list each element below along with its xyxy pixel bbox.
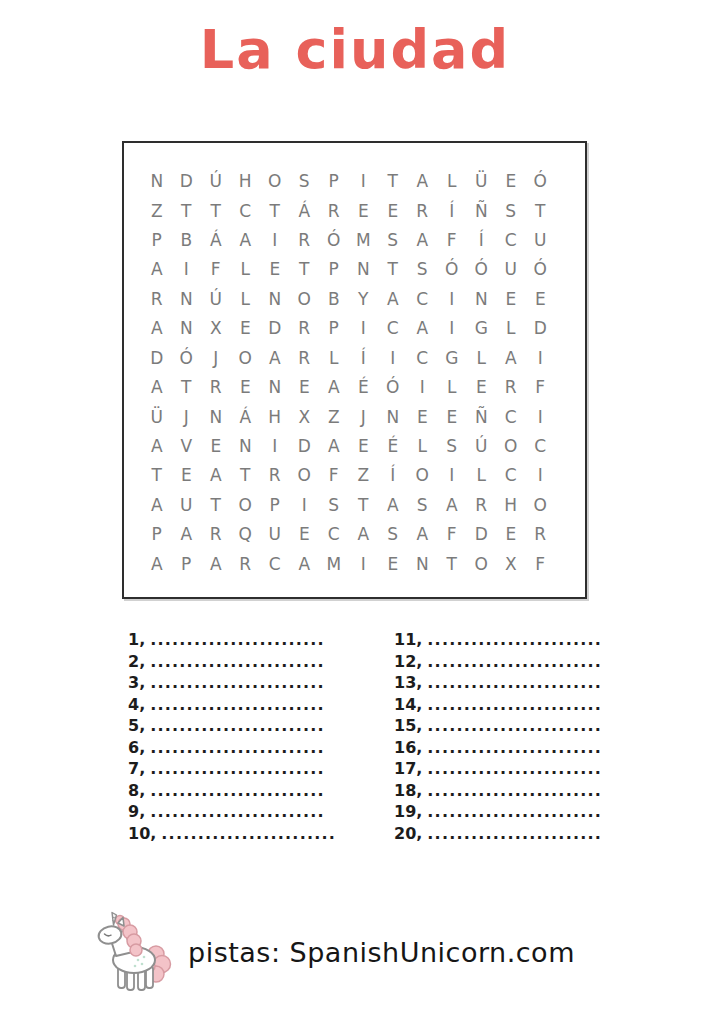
grid-cell[interactable]: S	[319, 491, 349, 520]
grid-cell[interactable]: O	[260, 167, 290, 196]
grid-cell[interactable]: R	[142, 285, 172, 314]
grid-cell[interactable]: P	[142, 226, 172, 255]
grid-cell[interactable]: T	[378, 255, 408, 284]
grid-cell[interactable]: E	[437, 402, 467, 431]
unicorn-icon	[94, 910, 174, 994]
grid-cell[interactable]: R	[290, 226, 320, 255]
answer-number: 18,	[394, 781, 422, 800]
grid-cell[interactable]: R	[201, 520, 231, 549]
grid-cell[interactable]: Ú	[201, 167, 231, 196]
grid-cell[interactable]: S	[408, 491, 438, 520]
answer-number: 17,	[394, 759, 422, 778]
grid-cell[interactable]: E	[172, 461, 202, 490]
grid-cell[interactable]: B	[319, 285, 349, 314]
answer-blank[interactable]: ........................	[150, 802, 325, 821]
grid-cell[interactable]: R	[467, 491, 497, 520]
grid-cell[interactable]: E	[349, 432, 379, 461]
grid-cell[interactable]: X	[201, 314, 231, 343]
grid-cell[interactable]: E	[260, 255, 290, 284]
answer-blank[interactable]: ........................	[427, 695, 602, 714]
grid-cell[interactable]: P	[319, 255, 349, 284]
grid-cell[interactable]: X	[290, 402, 320, 431]
grid-cell[interactable]: Ñ	[467, 196, 497, 225]
grid-cell[interactable]: F	[437, 520, 467, 549]
grid-cell[interactable]: A	[142, 550, 172, 579]
grid-cell[interactable]: S	[408, 255, 438, 284]
grid-cell[interactable]: Ó	[467, 255, 497, 284]
grid-cell[interactable]: G	[467, 314, 497, 343]
answer-number: 4,	[128, 695, 145, 714]
grid-cell[interactable]: L	[467, 461, 497, 490]
grid-cell[interactable]: O	[408, 461, 438, 490]
grid-cell[interactable]: L	[408, 432, 438, 461]
grid-cell[interactable]: Q	[231, 520, 261, 549]
grid-cell[interactable]: N	[142, 167, 172, 196]
grid-cell[interactable]: C	[496, 402, 526, 431]
answer-line: 10,........................	[128, 824, 336, 846]
grid-cell[interactable]: O	[290, 461, 320, 490]
answer-line: 7,........................	[128, 759, 336, 781]
grid-cell[interactable]: G	[437, 344, 467, 373]
grid-cell[interactable]: V	[172, 432, 202, 461]
grid-cell[interactable]: E	[290, 520, 320, 549]
answer-line: 14,........................	[394, 695, 602, 717]
grid-cell[interactable]: T	[201, 491, 231, 520]
answer-line: 8,........................	[128, 781, 336, 803]
footer: pistas: SpanishUnicorn.com	[94, 910, 575, 994]
grid-cell[interactable]: T	[142, 461, 172, 490]
grid-cell[interactable]: N	[260, 373, 290, 402]
grid-cell[interactable]: T	[172, 196, 202, 225]
answer-blank[interactable]: ........................	[427, 802, 602, 821]
grid-cell[interactable]: A	[142, 314, 172, 343]
grid-cell[interactable]: A	[378, 285, 408, 314]
answer-line: 16,........................	[394, 738, 602, 760]
answer-line: 5,........................	[128, 716, 336, 738]
grid-cell[interactable]: H	[496, 491, 526, 520]
grid-cell[interactable]: T	[231, 461, 261, 490]
grid-cell[interactable]: E	[290, 373, 320, 402]
grid-cell[interactable]: T	[172, 373, 202, 402]
grid-cell[interactable]: A	[496, 344, 526, 373]
grid-cell[interactable]: O	[231, 491, 261, 520]
grid-cell[interactable]: C	[260, 550, 290, 579]
grid-cell[interactable]: Ó	[437, 255, 467, 284]
grid-cell[interactable]: Í	[349, 344, 379, 373]
grid-cell[interactable]: Ú	[467, 432, 497, 461]
answer-line: 9,........................	[128, 802, 336, 824]
grid-cell[interactable]: É	[378, 432, 408, 461]
grid-cell[interactable]: P	[260, 491, 290, 520]
answer-blank[interactable]: ........................	[150, 738, 325, 757]
grid-cell[interactable]: P	[319, 167, 349, 196]
grid-cell[interactable]: T	[378, 167, 408, 196]
grid-cell[interactable]: C	[408, 344, 438, 373]
grid-cell[interactable]: R	[260, 461, 290, 490]
grid-cell[interactable]: L	[496, 314, 526, 343]
word-search-board: NDÚHOSPITALÜEÓZTTCTÁREERÍÑSTPBÁAIRÓMSAFÍ…	[122, 141, 587, 599]
grid-cell[interactable]: S	[290, 167, 320, 196]
grid-cell[interactable]: A	[378, 491, 408, 520]
grid-cell[interactable]: P	[319, 314, 349, 343]
grid-cell[interactable]: Ó	[319, 226, 349, 255]
grid-cell[interactable]: N	[231, 432, 261, 461]
grid-cell[interactable]: S	[378, 226, 408, 255]
answer-number: 6,	[128, 738, 145, 757]
grid-cell[interactable]: L	[437, 373, 467, 402]
answer-number: 9,	[128, 802, 145, 821]
grid-cell[interactable]: T	[201, 196, 231, 225]
grid-cell[interactable]: P	[172, 550, 202, 579]
answer-blank[interactable]: ........................	[427, 716, 602, 735]
answer-blank[interactable]: ........................	[150, 630, 325, 649]
grid-cell[interactable]: T	[437, 550, 467, 579]
grid-cell[interactable]: Ú	[201, 285, 231, 314]
grid-cell[interactable]: E	[408, 402, 438, 431]
answer-blank[interactable]: ........................	[427, 630, 602, 649]
grid-cell[interactable]: R	[408, 196, 438, 225]
grid-cell[interactable]: Á	[290, 196, 320, 225]
grid-cell[interactable]: A	[260, 344, 290, 373]
answer-number: 19,	[394, 802, 422, 821]
grid-cell[interactable]: Z	[349, 461, 379, 490]
grid-cell[interactable]: A	[408, 520, 438, 549]
grid-cell[interactable]: N	[349, 255, 379, 284]
answer-number: 1,	[128, 630, 145, 649]
grid-cell[interactable]: A	[437, 491, 467, 520]
grid-cell[interactable]: N	[260, 285, 290, 314]
grid-cell[interactable]: S	[378, 520, 408, 549]
grid-cell[interactable]: E	[378, 196, 408, 225]
grid-cell[interactable]: I	[437, 285, 467, 314]
answer-blank[interactable]: ........................	[427, 759, 602, 778]
grid-cell[interactable]: A	[408, 167, 438, 196]
grid-cell[interactable]: E	[349, 196, 379, 225]
grid-cell[interactable]: C	[526, 432, 556, 461]
grid-cell[interactable]: A	[408, 314, 438, 343]
grid-cell[interactable]: Ó	[526, 255, 556, 284]
grid-cell[interactable]: F	[201, 255, 231, 284]
grid-cell[interactable]: I	[260, 226, 290, 255]
grid-cell[interactable]: O	[290, 285, 320, 314]
answer-blank[interactable]: ........................	[427, 824, 602, 843]
grid-cell[interactable]: I	[526, 402, 556, 431]
grid-cell[interactable]: S	[437, 432, 467, 461]
grid-cell[interactable]: N	[467, 285, 497, 314]
answer-number: 10,	[128, 824, 156, 843]
grid-cell[interactable]: Ó	[526, 167, 556, 196]
grid-cell[interactable]: F	[437, 226, 467, 255]
grid-cell[interactable]: R	[496, 373, 526, 402]
grid-cell[interactable]: I	[349, 167, 379, 196]
grid-cell[interactable]: B	[172, 226, 202, 255]
grid-cell[interactable]: P	[142, 520, 172, 549]
footer-site-link[interactable]: pistas: SpanishUnicorn.com	[188, 937, 575, 968]
grid-cell[interactable]: L	[231, 285, 261, 314]
grid-cell[interactable]: Z	[142, 196, 172, 225]
grid-cell[interactable]: C	[319, 520, 349, 549]
answer-blank[interactable]: ........................	[150, 716, 325, 735]
grid-cell[interactable]: I	[378, 344, 408, 373]
answer-number: 13,	[394, 673, 422, 692]
grid-cell[interactable]: T	[290, 255, 320, 284]
grid-cell[interactable]: U	[496, 255, 526, 284]
answer-blank[interactable]: ........................	[427, 781, 602, 800]
answer-line: 12,........................	[394, 652, 602, 674]
grid-cell[interactable]: T	[349, 491, 379, 520]
answer-number: 16,	[394, 738, 422, 757]
grid-cell[interactable]: L	[231, 255, 261, 284]
answer-line: 1,........................	[128, 630, 336, 652]
grid-cell[interactable]: C	[496, 226, 526, 255]
grid-cell[interactable]: M	[319, 550, 349, 579]
grid-cell[interactable]: L	[319, 344, 349, 373]
answer-list-left: 1,........................2,............…	[128, 630, 336, 845]
grid-cell[interactable]: Á	[201, 226, 231, 255]
grid-cell[interactable]: Í	[378, 461, 408, 490]
grid-cell[interactable]: R	[290, 344, 320, 373]
grid-cell[interactable]: Ü	[142, 402, 172, 431]
answer-blank[interactable]: ........................	[427, 673, 602, 692]
grid-cell[interactable]: S	[496, 196, 526, 225]
grid-cell[interactable]: R	[526, 520, 556, 549]
grid-cell[interactable]: D	[260, 314, 290, 343]
grid-cell[interactable]: E	[496, 167, 526, 196]
grid-cell[interactable]: A	[231, 226, 261, 255]
grid-cell[interactable]: E	[467, 373, 497, 402]
answer-number: 15,	[394, 716, 422, 735]
grid-cell[interactable]: N	[172, 285, 202, 314]
grid-cell[interactable]: U	[172, 491, 202, 520]
grid-cell[interactable]: Ó	[378, 373, 408, 402]
answer-line: 17,........................	[394, 759, 602, 781]
grid-cell[interactable]: D	[142, 344, 172, 373]
grid-cell[interactable]: I	[408, 373, 438, 402]
grid-cell[interactable]: E	[378, 550, 408, 579]
answer-number: 3,	[128, 673, 145, 692]
grid-cell[interactable]: N	[408, 550, 438, 579]
grid-cell[interactable]: U	[526, 226, 556, 255]
grid-cell[interactable]: I	[172, 255, 202, 284]
grid-cell[interactable]: A	[319, 373, 349, 402]
grid-cell[interactable]: É	[349, 373, 379, 402]
grid-cell[interactable]: R	[201, 373, 231, 402]
grid-cell[interactable]: Í	[467, 226, 497, 255]
grid-cell[interactable]: E	[496, 285, 526, 314]
answer-line: 15,........................	[394, 716, 602, 738]
grid-cell[interactable]: I	[349, 314, 379, 343]
answer-line: 6,........................	[128, 738, 336, 760]
grid-cell[interactable]: O	[467, 550, 497, 579]
grid-cell[interactable]: J	[349, 402, 379, 431]
grid-cell[interactable]: O	[526, 491, 556, 520]
answer-blank[interactable]: ........................	[150, 652, 325, 671]
grid-cell[interactable]: I	[526, 344, 556, 373]
grid-cell[interactable]: H	[231, 167, 261, 196]
grid-cell[interactable]: A	[142, 491, 172, 520]
grid-cell[interactable]: R	[319, 196, 349, 225]
grid-cell[interactable]: E	[231, 373, 261, 402]
answer-blank[interactable]: ........................	[150, 759, 325, 778]
grid-cell[interactable]: D	[467, 520, 497, 549]
grid-cell[interactable]: Ü	[467, 167, 497, 196]
grid-cell[interactable]: J	[201, 344, 231, 373]
grid-cell[interactable]: T	[526, 196, 556, 225]
answer-list-right: 11,........................12,..........…	[394, 630, 602, 845]
answer-number: 11,	[394, 630, 422, 649]
grid-cell[interactable]: R	[231, 550, 261, 579]
answer-line: 13,........................	[394, 673, 602, 695]
answer-line: 18,........................	[394, 781, 602, 803]
answer-number: 20,	[394, 824, 422, 843]
grid-cell[interactable]: D	[172, 167, 202, 196]
grid-cell[interactable]: L	[437, 167, 467, 196]
grid-cell[interactable]: F	[319, 461, 349, 490]
grid-cell[interactable]: A	[290, 550, 320, 579]
grid-cell[interactable]: N	[201, 402, 231, 431]
grid-cell[interactable]: A	[201, 461, 231, 490]
grid-cell[interactable]: O	[496, 432, 526, 461]
grid-cell[interactable]: F	[526, 373, 556, 402]
grid-cell[interactable]: Z	[319, 402, 349, 431]
answer-line: 3,........................	[128, 673, 336, 695]
grid-cell[interactable]: H	[260, 402, 290, 431]
answer-blank[interactable]: ........................	[150, 781, 325, 800]
word-search-grid: NDÚHOSPITALÜEÓZTTCTÁREERÍÑSTPBÁAIRÓMSAFÍ…	[142, 167, 555, 579]
grid-cell[interactable]: A	[408, 226, 438, 255]
grid-cell[interactable]: A	[142, 255, 172, 284]
grid-cell[interactable]: C	[378, 314, 408, 343]
grid-cell[interactable]: E	[231, 314, 261, 343]
grid-cell[interactable]: O	[231, 344, 261, 373]
grid-cell[interactable]: A	[349, 520, 379, 549]
answer-blank[interactable]: ........................	[150, 695, 325, 714]
grid-cell[interactable]: I	[260, 432, 290, 461]
grid-cell[interactable]: E	[496, 520, 526, 549]
grid-cell[interactable]: A	[172, 520, 202, 549]
grid-cell[interactable]: A	[319, 432, 349, 461]
grid-cell[interactable]: I	[349, 550, 379, 579]
grid-cell[interactable]: A	[201, 550, 231, 579]
grid-cell[interactable]: Á	[231, 402, 261, 431]
grid-cell[interactable]: Ó	[172, 344, 202, 373]
answer-line: 20,........................	[394, 824, 602, 846]
grid-cell[interactable]: Y	[349, 285, 379, 314]
grid-cell[interactable]: I	[437, 314, 467, 343]
grid-cell[interactable]: A	[142, 373, 172, 402]
grid-cell[interactable]: C	[408, 285, 438, 314]
grid-cell[interactable]: R	[290, 314, 320, 343]
answer-line: 11,........................	[394, 630, 602, 652]
grid-cell[interactable]: J	[172, 402, 202, 431]
grid-cell[interactable]: A	[142, 432, 172, 461]
answer-line: 2,........................	[128, 652, 336, 674]
grid-cell[interactable]: D	[290, 432, 320, 461]
answer-number: 12,	[394, 652, 422, 671]
page-title: La ciudad	[0, 18, 710, 81]
answer-number: 8,	[128, 781, 145, 800]
answer-blank[interactable]: ........................	[161, 824, 336, 843]
grid-cell[interactable]: I	[290, 491, 320, 520]
answer-number: 5,	[128, 716, 145, 735]
grid-cell[interactable]: D	[526, 314, 556, 343]
answer-line: 4,........................	[128, 695, 336, 717]
grid-cell[interactable]: L	[467, 344, 497, 373]
grid-cell[interactable]: E	[201, 432, 231, 461]
answer-blank[interactable]: ........................	[427, 652, 602, 671]
grid-cell[interactable]: N	[378, 402, 408, 431]
answer-blank[interactable]: ........................	[427, 738, 602, 757]
grid-cell[interactable]: E	[526, 285, 556, 314]
worksheet-page: La ciudad NDÚHOSPITALÜEÓZTTCTÁREERÍÑSTPB…	[0, 0, 710, 1024]
grid-cell[interactable]: T	[260, 196, 290, 225]
grid-cell[interactable]: Í	[437, 196, 467, 225]
grid-cell[interactable]: U	[260, 520, 290, 549]
grid-cell[interactable]: F	[526, 550, 556, 579]
grid-cell[interactable]: X	[496, 550, 526, 579]
grid-cell[interactable]: C	[231, 196, 261, 225]
answer-blank[interactable]: ........................	[150, 673, 325, 692]
grid-cell[interactable]: Ñ	[467, 402, 497, 431]
grid-cell[interactable]: M	[349, 226, 379, 255]
answer-number: 14,	[394, 695, 422, 714]
grid-cell[interactable]: N	[172, 314, 202, 343]
answer-number: 2,	[128, 652, 145, 671]
answer-line: 19,........................	[394, 802, 602, 824]
grid-cell[interactable]: I	[526, 461, 556, 490]
grid-cell[interactable]: C	[496, 461, 526, 490]
answer-number: 7,	[128, 759, 145, 778]
grid-cell[interactable]: I	[437, 461, 467, 490]
